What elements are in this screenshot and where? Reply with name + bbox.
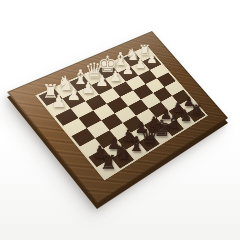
piece-black-rook-a8[interactable]: ♜ [100,153,117,172]
piece-white-pawn-f2[interactable]: ♟ [122,63,134,77]
piece-white-pawn-a2[interactable]: ♟ [51,93,66,110]
piece-white-pawn-d2[interactable]: ♟ [95,74,108,89]
piece-white-pawn-c2[interactable]: ♟ [81,81,95,97]
piece-white-pawn-h2[interactable]: ♟ [146,53,157,66]
piece-white-pawn-g2[interactable]: ♟ [134,58,146,71]
board-face-layer [0,0,240,240]
chess-set-photo: ♜♞♝♛♚♝♞♜♟♟♟♟♟♟♟♟♟♟♟♟♟♟♟♟♜♞♝♛♚♝♞♜ [0,0,240,240]
piece-white-pawn-e2[interactable]: ♟ [109,69,122,83]
piece-white-pawn-b2[interactable]: ♟ [66,87,81,103]
